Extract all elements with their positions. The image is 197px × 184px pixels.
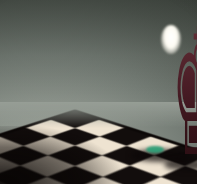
felt-accent-green [146, 146, 164, 153]
chess-board [0, 112, 197, 184]
king-finial-highlight [161, 25, 181, 54]
chess-photo-scene: ♚ ♞ [0, 0, 197, 184]
